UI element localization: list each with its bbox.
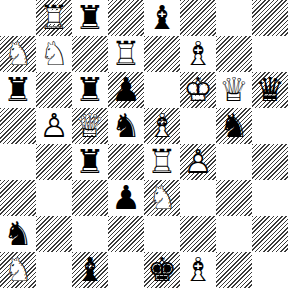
piece-white-queen: ♛♕ [216,72,252,108]
square-a1[interactable]: ♞♘ [0,252,36,288]
square-a8[interactable] [0,0,36,36]
piece-white-knight: ♞♘ [36,36,72,72]
piece-black-rook: ♜ [72,144,108,180]
square-g6[interactable]: ♛♕ [216,72,252,108]
square-f6[interactable]: ♚♔ [180,72,216,108]
square-c3[interactable] [72,180,108,216]
square-e4[interactable]: ♜♖ [144,144,180,180]
square-g3[interactable] [216,180,252,216]
square-h1[interactable] [252,252,288,288]
piece-white-king: ♚♔ [180,72,216,108]
piece-black-bishop: ♝ [144,0,180,36]
square-d6[interactable]: ♟ [108,72,144,108]
square-d4[interactable] [108,144,144,180]
piece-white-pawn: ♟♙ [36,108,72,144]
piece-black-rook: ♜ [72,0,108,36]
square-d3[interactable]: ♟ [108,180,144,216]
square-g4[interactable] [216,144,252,180]
square-f2[interactable] [180,216,216,252]
square-g2[interactable] [216,216,252,252]
piece-white-rook: ♜♖ [36,0,72,36]
square-c4[interactable]: ♜ [72,144,108,180]
square-d1[interactable] [108,252,144,288]
square-f1[interactable]: ♝♗ [180,252,216,288]
square-h8[interactable] [252,0,288,36]
piece-white-bishop: ♝♗ [180,252,216,288]
square-a6[interactable]: ♜ [0,72,36,108]
square-d2[interactable] [108,216,144,252]
square-b7[interactable]: ♞♘ [36,36,72,72]
square-b3[interactable] [36,180,72,216]
square-c6[interactable]: ♜ [72,72,108,108]
square-c7[interactable] [72,36,108,72]
piece-white-pawn: ♟♙ [180,144,216,180]
piece-white-knight: ♞♘ [144,180,180,216]
square-f3[interactable] [180,180,216,216]
square-b6[interactable] [36,72,72,108]
square-g7[interactable] [216,36,252,72]
square-h6[interactable]: ♛ [252,72,288,108]
square-h3[interactable] [252,180,288,216]
square-g5[interactable]: ♞ [216,108,252,144]
piece-black-queen: ♛ [252,72,288,108]
piece-white-queen: ♛♕ [72,108,108,144]
square-d5[interactable]: ♞ [108,108,144,144]
square-h4[interactable] [252,144,288,180]
square-a7[interactable]: ♞♘ [0,36,36,72]
square-h5[interactable] [252,108,288,144]
piece-black-knight: ♞ [108,108,144,144]
piece-white-rook: ♜♖ [144,144,180,180]
square-g8[interactable] [216,0,252,36]
square-e7[interactable] [144,36,180,72]
piece-black-rook: ♜ [0,72,36,108]
square-c5[interactable]: ♛♕ [72,108,108,144]
piece-white-knight: ♞♘ [0,36,36,72]
square-b5[interactable]: ♟♙ [36,108,72,144]
square-e3[interactable]: ♞♘ [144,180,180,216]
square-e5[interactable]: ♝♗ [144,108,180,144]
piece-black-knight: ♞ [216,108,252,144]
chess-board: ♜♖♜♝♞♘♞♘♜♖♝♗♜♜♟♚♔♛♕♛♟♙♛♕♞♝♗♞♜♜♖♟♙♟♞♘♞♞♘♝… [0,0,288,288]
piece-white-knight: ♞♘ [0,252,36,288]
square-c8[interactable]: ♜ [72,0,108,36]
square-a5[interactable] [0,108,36,144]
piece-black-king: ♚ [144,252,180,288]
square-a3[interactable] [0,180,36,216]
square-e6[interactable] [144,72,180,108]
piece-black-pawn: ♟ [108,72,144,108]
square-g1[interactable] [216,252,252,288]
square-e2[interactable] [144,216,180,252]
piece-white-bishop: ♝♗ [180,36,216,72]
square-f4[interactable]: ♟♙ [180,144,216,180]
square-h2[interactable] [252,216,288,252]
square-f8[interactable] [180,0,216,36]
square-b2[interactable] [36,216,72,252]
square-f5[interactable] [180,108,216,144]
square-a4[interactable] [0,144,36,180]
piece-black-bishop: ♝ [72,252,108,288]
square-a2[interactable]: ♞ [0,216,36,252]
square-f7[interactable]: ♝♗ [180,36,216,72]
square-b4[interactable] [36,144,72,180]
square-e1[interactable]: ♚ [144,252,180,288]
square-e8[interactable]: ♝ [144,0,180,36]
square-d8[interactable] [108,0,144,36]
piece-black-rook: ♜ [72,72,108,108]
square-c1[interactable]: ♝ [72,252,108,288]
piece-black-knight: ♞ [0,216,36,252]
square-b8[interactable]: ♜♖ [36,0,72,36]
square-h7[interactable] [252,36,288,72]
piece-white-rook: ♜♖ [108,36,144,72]
square-c2[interactable] [72,216,108,252]
piece-black-pawn: ♟ [108,180,144,216]
square-d7[interactable]: ♜♖ [108,36,144,72]
square-b1[interactable] [36,252,72,288]
piece-white-bishop: ♝♗ [144,108,180,144]
